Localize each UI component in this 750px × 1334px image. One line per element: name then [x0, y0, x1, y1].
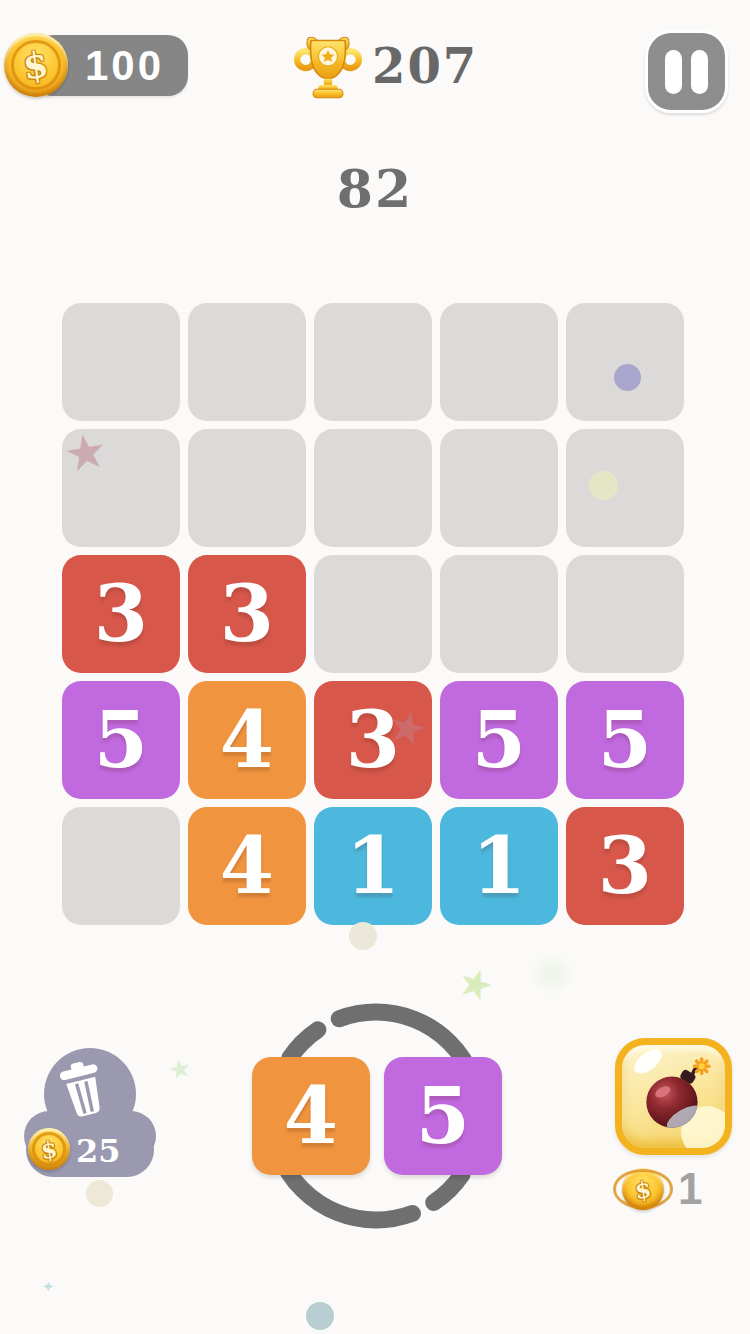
- tile-number: 4: [220, 827, 274, 905]
- empty-cell-r1c3[interactable]: [314, 303, 432, 421]
- coin-icon: $: [4, 33, 68, 97]
- glow-decoration: [528, 950, 576, 998]
- tile-1-r5c4[interactable]: 1: [440, 807, 558, 925]
- tile-number: 4: [220, 701, 274, 779]
- tile-number: 5: [472, 701, 526, 779]
- pause-icon: [665, 50, 682, 94]
- tile-5-r4c5[interactable]: 5: [566, 681, 684, 799]
- dot-decoration: [86, 1180, 113, 1207]
- next-pair-tray[interactable]: 45: [252, 1057, 502, 1175]
- tile-5-r4c4[interactable]: 5: [440, 681, 558, 799]
- coin-icon: $: [28, 1128, 70, 1170]
- tile-5-r4c1[interactable]: 5: [62, 681, 180, 799]
- tile-1-r5c3[interactable]: 1: [314, 807, 432, 925]
- current-score: 82: [0, 158, 750, 219]
- empty-cell-r3c3[interactable]: [314, 555, 432, 673]
- empty-cell-r1c1[interactable]: [62, 303, 180, 421]
- coin-balance: 100: [85, 42, 164, 90]
- dot-decoration: [306, 1302, 334, 1330]
- empty-cell-r1c2[interactable]: [188, 303, 306, 421]
- tile-number: 5: [598, 701, 652, 779]
- tile-number: 5: [416, 1077, 470, 1155]
- empty-cell-r2c5[interactable]: [566, 429, 684, 547]
- empty-cell-r2c1[interactable]: [62, 429, 180, 547]
- tile-4-r5c2[interactable]: 4: [188, 807, 306, 925]
- trophy-count: 207: [372, 38, 478, 94]
- game-board: 33543554113: [62, 303, 684, 925]
- tile-number: 4: [284, 1077, 338, 1155]
- star-decoration: ★: [166, 1054, 194, 1084]
- coin-icon: $: [622, 1168, 664, 1210]
- trash-price: 25: [76, 1132, 121, 1170]
- empty-cell-r3c5[interactable]: [566, 555, 684, 673]
- trash-powerup-button[interactable]: $ 25: [24, 1042, 156, 1182]
- bomb-powerup-button[interactable]: [615, 1038, 732, 1155]
- tile-number: 3: [598, 827, 652, 905]
- bomb-count: 1: [678, 1164, 702, 1214]
- empty-cell-r1c4[interactable]: [440, 303, 558, 421]
- dot-decoration: [349, 922, 377, 950]
- tile-3-r5c5[interactable]: 3: [566, 807, 684, 925]
- empty-cell-r3c4[interactable]: [440, 555, 558, 673]
- tile-3-r3c1[interactable]: 3: [62, 555, 180, 673]
- bomb-count-row: $ 1: [622, 1164, 702, 1214]
- empty-cell-r5c1[interactable]: [62, 807, 180, 925]
- empty-cell-r2c4[interactable]: [440, 429, 558, 547]
- tile-number: 1: [346, 827, 400, 905]
- pause-button[interactable]: [645, 30, 728, 113]
- empty-cell-r1c5[interactable]: [566, 303, 684, 421]
- tile-number: 3: [346, 701, 400, 779]
- tile-number: 3: [220, 575, 274, 653]
- tile-number: 1: [472, 827, 526, 905]
- bomb-icon: [634, 1055, 714, 1135]
- empty-cell-r2c3[interactable]: [314, 429, 432, 547]
- next-tile-5[interactable]: 5: [384, 1057, 502, 1175]
- empty-cell-r2c2[interactable]: [188, 429, 306, 547]
- tile-number: 3: [94, 575, 148, 653]
- game-screen: 100 $ 207 82 33543554113 ★ ★ ★ ★: [0, 0, 750, 1334]
- next-tile-4[interactable]: 4: [252, 1057, 370, 1175]
- tile-number: 5: [94, 701, 148, 779]
- tile-3-r3c2[interactable]: 3: [188, 555, 306, 673]
- tile-4-r4c2[interactable]: 4: [188, 681, 306, 799]
- star-decoration: ✦: [42, 1280, 55, 1295]
- trophy-icon: [294, 32, 362, 102]
- tile-3-r4c3[interactable]: 3: [314, 681, 432, 799]
- pause-icon: [691, 50, 708, 94]
